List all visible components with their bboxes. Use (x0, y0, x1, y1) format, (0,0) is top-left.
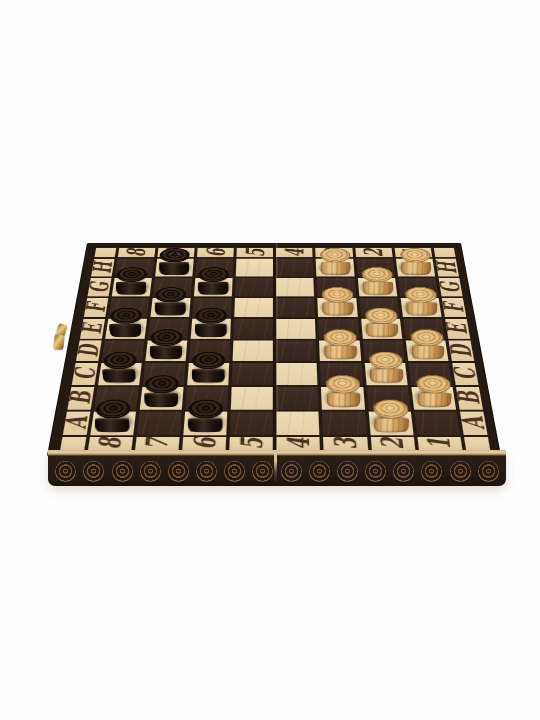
letter-label-h-left: H (91, 259, 114, 277)
label-glyph: 8 (95, 438, 127, 450)
rosette-icon (83, 461, 104, 482)
rosette-icon (450, 461, 471, 482)
hinge-gap (274, 450, 277, 486)
piece-dark-checker-d7[interactable] (150, 343, 184, 360)
square-g2[interactable] (357, 278, 397, 296)
square-f5[interactable] (235, 298, 274, 317)
board-scene: 87654321HHGGFFEEDDCCBBAA87654321 (87, 243, 461, 617)
piece-side (412, 346, 445, 359)
square-a2[interactable] (368, 411, 413, 435)
piece-dark-checker-f7[interactable] (155, 300, 187, 315)
square-b4[interactable] (277, 387, 319, 410)
piece-side (406, 302, 438, 315)
piece-light-checker-b3[interactable] (326, 389, 361, 407)
piece-light-checker-b1[interactable] (415, 389, 451, 407)
square-d5[interactable] (233, 341, 273, 362)
rosette-icon (309, 461, 330, 482)
piece-top (362, 267, 394, 282)
fold-seam (273, 243, 277, 456)
label-glyph: D (74, 345, 104, 358)
piece-side (144, 393, 178, 407)
square-h3[interactable] (316, 259, 354, 277)
square-d7[interactable] (145, 341, 187, 362)
square-a3[interactable] (322, 411, 366, 435)
label-glyph: 5 (242, 248, 267, 256)
label-glyph: 5 (236, 438, 266, 450)
rosette-icon (281, 461, 302, 482)
label-glyph: H (89, 262, 117, 274)
label-glyph: 2 (361, 248, 387, 256)
label-glyph: G (436, 282, 464, 293)
rosette-icon (224, 461, 245, 482)
carved-rosette-row (48, 457, 506, 486)
square-e6[interactable] (191, 319, 231, 339)
label-glyph: F (82, 303, 110, 312)
number-label-4-bottom: 4 (277, 437, 321, 451)
square-d4[interactable] (277, 341, 317, 362)
number-label-8-top: 8 (118, 248, 156, 258)
square-g4[interactable] (276, 278, 314, 296)
piece-top (373, 400, 409, 419)
piece-side (370, 369, 404, 383)
square-h7[interactable] (155, 259, 194, 277)
label-glyph: 4 (283, 438, 313, 450)
frame-corner-top-left (94, 248, 116, 258)
square-c6[interactable] (187, 363, 229, 385)
piece-dark-checker-g6[interactable] (198, 280, 229, 295)
label-glyph: C (450, 368, 480, 380)
piece-light-checker-a2[interactable] (373, 414, 409, 433)
square-h5[interactable] (236, 259, 273, 277)
piece-side (324, 346, 357, 359)
number-label-3-bottom: 3 (324, 437, 368, 451)
piece-side (154, 302, 186, 315)
piece-side (374, 419, 409, 433)
piece-dark-checker-g8[interactable] (116, 280, 148, 295)
piece-dark-checker-a6[interactable] (188, 414, 223, 433)
square-c8[interactable] (98, 363, 142, 385)
number-label-2-top: 2 (355, 248, 392, 258)
label-glyph: 6 (203, 248, 229, 256)
square-b7[interactable] (140, 387, 184, 410)
letter-label-e-left: E (80, 319, 105, 339)
square-a7[interactable] (137, 411, 182, 435)
piece-light-checker-g2[interactable] (361, 280, 393, 295)
number-label-6-bottom: 6 (182, 437, 226, 451)
label-glyph: 4 (282, 248, 307, 256)
piece-dark-checker-e8[interactable] (109, 321, 143, 337)
letter-label-g-right: G (438, 278, 462, 296)
letter-label-f-right: F (442, 298, 467, 317)
rosette-icon (168, 461, 189, 482)
number-label-5-top: 5 (237, 248, 274, 258)
letter-label-c-right: C (452, 363, 478, 385)
label-glyph: 2 (377, 438, 408, 450)
board-photo: 87654321HHGGFFEEDDCCBBAA87654321 (0, 0, 540, 720)
piece-light-checker-c2[interactable] (368, 365, 403, 382)
square-e5[interactable] (234, 319, 274, 339)
square-h1[interactable] (396, 259, 435, 277)
piece-side (159, 262, 189, 275)
label-glyph: A (458, 417, 490, 430)
piece-top (322, 287, 354, 302)
label-glyph: D (446, 345, 476, 358)
square-f1[interactable] (400, 298, 441, 317)
piece-light-checker-f1[interactable] (404, 300, 437, 315)
piece-side (362, 282, 393, 295)
square-e2[interactable] (361, 319, 402, 339)
label-glyph: C (70, 368, 100, 380)
square-d3[interactable] (320, 341, 361, 362)
square-e8[interactable] (105, 319, 147, 339)
piece-side (320, 262, 350, 275)
piece-side (366, 324, 398, 337)
square-a8[interactable] (90, 411, 136, 435)
square-g5[interactable] (235, 278, 273, 296)
square-e4[interactable] (277, 319, 317, 339)
piece-dark-checker-c8[interactable] (102, 365, 137, 382)
rosette-icon (393, 461, 414, 482)
letter-label-d-left: D (76, 341, 102, 362)
square-b3[interactable] (321, 387, 364, 410)
rosette-icon (55, 461, 76, 482)
frame-corner-bottom-right (464, 437, 490, 451)
letter-label-c-left: C (72, 363, 98, 385)
rosette-icon (478, 461, 499, 482)
rosette-icon (196, 461, 217, 482)
number-label-6-top: 6 (197, 248, 234, 258)
piece-light-checker-d1[interactable] (410, 343, 444, 360)
label-glyph: B (454, 391, 485, 404)
piece-dark-checker-h7[interactable] (159, 260, 190, 274)
piece-side (94, 419, 129, 433)
piece-side (401, 262, 431, 275)
square-f4[interactable] (277, 298, 316, 317)
square-h4[interactable] (276, 259, 313, 277)
piece-light-checker-e2[interactable] (365, 321, 398, 337)
square-g8[interactable] (112, 278, 152, 296)
square-f3[interactable] (318, 298, 358, 317)
piece-dark-checker-a8[interactable] (95, 414, 132, 433)
piece-side (195, 324, 227, 337)
piece-dark-checker-c6[interactable] (192, 365, 226, 382)
label-glyph: 1 (424, 438, 456, 450)
square-c5[interactable] (232, 363, 273, 385)
piece-light-checker-h3[interactable] (320, 260, 351, 274)
label-glyph: A (61, 417, 93, 430)
letter-label-b-left: B (67, 387, 94, 410)
square-d1[interactable] (405, 341, 448, 362)
piece-top (320, 248, 351, 262)
label-glyph: B (65, 391, 96, 404)
number-label-2-bottom: 2 (370, 437, 415, 451)
number-label-7-bottom: 7 (135, 437, 180, 451)
square-a5[interactable] (230, 411, 273, 435)
number-label-8-bottom: 8 (88, 437, 133, 451)
board-surface: 87654321HHGGFFEEDDCCBBAA87654321 (47, 243, 501, 456)
label-glyph: 7 (142, 438, 173, 450)
piece-side (102, 369, 136, 383)
piece-dark-checker-b7[interactable] (144, 389, 179, 407)
letter-label-f-left: F (84, 298, 109, 317)
rosette-icon (365, 461, 386, 482)
number-label-1-bottom: 1 (417, 437, 462, 451)
rosette-icon (252, 461, 273, 482)
piece-side (418, 393, 453, 407)
label-glyph: 3 (330, 438, 361, 450)
letter-label-b-right: B (456, 387, 483, 410)
piece-light-checker-d3[interactable] (324, 343, 357, 360)
frame-corner-top-right (434, 248, 456, 258)
frame-corner-bottom-left (60, 437, 86, 451)
piece-side (322, 302, 353, 315)
square-f7[interactable] (151, 298, 191, 317)
clasp-hook-lower (53, 335, 64, 350)
label-glyph: E (78, 324, 107, 335)
square-a1[interactable] (414, 411, 460, 435)
piece-side (109, 324, 141, 337)
label-glyph: F (440, 303, 468, 312)
label-glyph: E (443, 324, 472, 335)
label-glyph: 6 (189, 438, 220, 450)
rosette-icon (421, 461, 442, 482)
piece-side (191, 369, 224, 383)
piece-top (365, 308, 398, 324)
piece-top (324, 329, 357, 346)
label-glyph: 8 (124, 248, 150, 256)
number-label-5-bottom: 5 (230, 437, 274, 451)
piece-light-checker-f3[interactable] (322, 300, 354, 315)
letter-label-a-right: A (460, 411, 488, 435)
square-c4[interactable] (277, 363, 318, 385)
square-a4[interactable] (277, 411, 320, 435)
piece-side (149, 346, 182, 359)
piece-side (198, 282, 229, 295)
rosette-icon (337, 461, 358, 482)
rosette-icon (112, 461, 133, 482)
letter-label-g-left: G (87, 278, 111, 296)
square-b1[interactable] (411, 387, 456, 410)
board-front-edge (48, 450, 506, 486)
square-c2[interactable] (364, 363, 407, 385)
rosette-icon (140, 461, 161, 482)
piece-side (115, 282, 146, 295)
piece-light-checker-h1[interactable] (399, 260, 431, 274)
brass-clasp-icon (53, 324, 71, 352)
square-b5[interactable] (231, 387, 273, 410)
piece-side (188, 419, 223, 433)
piece-side (326, 393, 360, 407)
piece-dark-checker-e6[interactable] (195, 321, 227, 337)
letter-label-d-right: D (448, 341, 474, 362)
square-a6[interactable] (184, 411, 228, 435)
label-glyph: H (433, 262, 461, 274)
square-g6[interactable] (194, 278, 233, 296)
piece-top (369, 352, 404, 369)
letter-label-e-right: E (445, 319, 470, 339)
piece-top (326, 375, 361, 393)
letter-label-a-left: A (63, 411, 91, 435)
label-glyph: G (86, 282, 114, 293)
letter-label-h-right: H (435, 259, 459, 277)
number-label-4-top: 4 (276, 248, 313, 258)
